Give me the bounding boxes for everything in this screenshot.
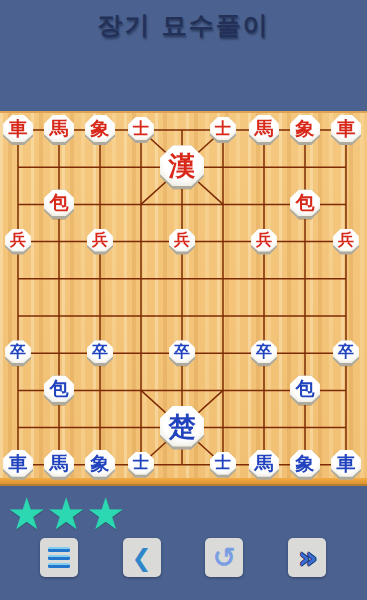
piece-cannon-blue[interactable]: 包 [44, 375, 74, 405]
back-icon: ❮ [132, 546, 152, 570]
restart-button[interactable]: ↺ [205, 538, 243, 577]
piece-glyph: 象 [296, 454, 315, 473]
piece-elephant-red[interactable]: 象 [290, 115, 320, 145]
piece-soldier-blue[interactable]: 卒 [87, 340, 113, 366]
piece-glyph: 馬 [50, 119, 69, 138]
star-icon: ★ [7, 492, 46, 536]
piece-glyph: 卒 [338, 344, 354, 360]
piece-glyph: 車 [9, 119, 28, 138]
piece-cannon-red[interactable]: 包 [290, 189, 320, 219]
piece-elephant-red[interactable]: 象 [85, 115, 115, 145]
piece-horse-red[interactable]: 馬 [44, 115, 74, 145]
piece-glyph: 象 [296, 119, 315, 138]
piece-glyph: 士 [133, 121, 149, 137]
piece-glyph: 馬 [50, 454, 69, 473]
piece-glyph: 象 [91, 454, 110, 473]
piece-king-red[interactable]: 漢 [160, 145, 204, 189]
star-icon: ★ [46, 492, 85, 536]
piece-glyph: 卒 [10, 344, 26, 360]
piece-chariot-blue[interactable]: 車 [331, 450, 361, 480]
next-icon: » [298, 543, 315, 573]
piece-soldier-blue[interactable]: 卒 [333, 340, 359, 366]
piece-glyph: 兵 [10, 232, 26, 248]
piece-glyph: 象 [91, 119, 110, 138]
piece-glyph: 車 [9, 454, 28, 473]
piece-soldier-red[interactable]: 兵 [251, 229, 277, 255]
menu-button[interactable] [40, 538, 78, 577]
piece-elephant-blue[interactable]: 象 [85, 450, 115, 480]
piece-chariot-red[interactable]: 車 [3, 115, 33, 145]
piece-soldier-red[interactable]: 兵 [333, 229, 359, 255]
piece-glyph: 兵 [338, 232, 354, 248]
piece-soldier-red[interactable]: 兵 [5, 229, 31, 255]
piece-cannon-red[interactable]: 包 [44, 189, 74, 219]
puzzle-rating-stars: ★★★ [7, 492, 125, 536]
piece-glyph: 兵 [256, 232, 272, 248]
piece-guard-red[interactable]: 士 [210, 117, 236, 143]
piece-glyph: 兵 [92, 232, 108, 248]
piece-glyph: 兵 [174, 232, 190, 248]
piece-glyph: 馬 [255, 119, 274, 138]
piece-glyph: 車 [337, 119, 356, 138]
piece-glyph: 卒 [174, 344, 190, 360]
piece-horse-blue[interactable]: 馬 [249, 450, 279, 480]
piece-glyph: 士 [215, 121, 231, 137]
piece-king-blue[interactable]: 楚 [160, 406, 204, 450]
back-button[interactable]: ❮ [123, 538, 161, 577]
piece-guard-blue[interactable]: 士 [210, 452, 236, 478]
piece-soldier-blue[interactable]: 卒 [5, 340, 31, 366]
piece-glyph: 楚 [169, 413, 196, 440]
star-icon: ★ [86, 492, 125, 536]
restart-icon: ↺ [213, 544, 236, 572]
piece-glyph: 士 [215, 455, 231, 471]
app-background: { "app": { "title": "장기 묘수풀이" }, "game":… [0, 0, 367, 600]
piece-glyph: 包 [296, 193, 315, 212]
toolbar: ❮ ↺ » [40, 538, 326, 577]
piece-glyph: 卒 [256, 344, 272, 360]
piece-glyph: 包 [50, 193, 69, 212]
piece-glyph: 包 [296, 379, 315, 398]
piece-glyph: 卒 [92, 344, 108, 360]
piece-soldier-red[interactable]: 兵 [169, 229, 195, 255]
piece-elephant-blue[interactable]: 象 [290, 450, 320, 480]
piece-horse-blue[interactable]: 馬 [44, 450, 74, 480]
piece-soldier-red[interactable]: 兵 [87, 229, 113, 255]
piece-cannon-blue[interactable]: 包 [290, 375, 320, 405]
piece-horse-red[interactable]: 馬 [249, 115, 279, 145]
piece-chariot-blue[interactable]: 車 [3, 450, 33, 480]
piece-glyph: 士 [133, 455, 149, 471]
piece-glyph: 馬 [255, 454, 274, 473]
next-button[interactable]: » [288, 538, 326, 577]
piece-chariot-red[interactable]: 車 [331, 115, 361, 145]
janggi-board[interactable]: 車馬象士士馬象車漢包包兵兵兵兵兵卒卒卒卒卒包包楚車馬象士士馬象車 [0, 111, 367, 478]
piece-glyph: 車 [337, 454, 356, 473]
page-title: 장기 묘수풀이 [0, 9, 367, 42]
menu-icon [48, 547, 70, 568]
piece-soldier-blue[interactable]: 卒 [169, 340, 195, 366]
piece-glyph: 包 [50, 379, 69, 398]
piece-soldier-blue[interactable]: 卒 [251, 340, 277, 366]
piece-guard-red[interactable]: 士 [128, 117, 154, 143]
piece-glyph: 漢 [169, 152, 196, 179]
piece-guard-blue[interactable]: 士 [128, 452, 154, 478]
